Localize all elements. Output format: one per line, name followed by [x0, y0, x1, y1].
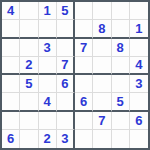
cell-r7c5[interactable] [75, 112, 93, 130]
cell-r4c5[interactable] [75, 57, 93, 75]
cell-r1c6[interactable] [93, 2, 111, 20]
cell-r8c2[interactable] [20, 130, 38, 148]
cell-r3c5[interactable]: 7 [75, 39, 93, 57]
cell-r3c7[interactable]: 8 [112, 39, 130, 57]
cell-r4c2[interactable]: 2 [20, 57, 38, 75]
cell-r3c2[interactable] [20, 39, 38, 57]
cell-r5c1[interactable] [2, 75, 20, 93]
cell-r1c3[interactable]: 1 [39, 2, 57, 20]
cell-r4c4[interactable]: 7 [57, 57, 75, 75]
cell-r6c2[interactable] [20, 93, 38, 111]
cell-r1c8[interactable] [130, 2, 148, 20]
cell-r3c1[interactable] [2, 39, 20, 57]
cell-r7c1[interactable] [2, 112, 20, 130]
cell-r7c3[interactable] [39, 112, 57, 130]
cell-r8c8[interactable] [130, 130, 148, 148]
cell-r3c3[interactable]: 3 [39, 39, 57, 57]
cell-r6c1[interactable] [2, 93, 20, 111]
cell-r5c4[interactable]: 6 [57, 75, 75, 93]
cell-r7c7[interactable] [112, 112, 130, 130]
cell-r7c2[interactable] [20, 112, 38, 130]
cell-r4c6[interactable] [93, 57, 111, 75]
cell-r8c6[interactable] [93, 130, 111, 148]
cell-r8c1[interactable]: 6 [2, 130, 20, 148]
cell-r6c6[interactable] [93, 93, 111, 111]
cell-r2c2[interactable] [20, 20, 38, 38]
cell-r1c2[interactable] [20, 2, 38, 20]
cell-r8c3[interactable]: 2 [39, 130, 57, 148]
cell-r8c5[interactable] [75, 130, 93, 148]
sudoku-board: 4158137827456346576623 [0, 0, 150, 150]
cell-r1c7[interactable] [112, 2, 130, 20]
cell-r1c4[interactable]: 5 [57, 2, 75, 20]
cell-r2c3[interactable] [39, 20, 57, 38]
cell-r7c6[interactable]: 7 [93, 112, 111, 130]
cell-r3c4[interactable] [57, 39, 75, 57]
cell-r4c8[interactable]: 4 [130, 57, 148, 75]
cell-r7c8[interactable]: 6 [130, 112, 148, 130]
cell-r5c3[interactable] [39, 75, 57, 93]
cell-r4c3[interactable] [39, 57, 57, 75]
cell-r8c7[interactable] [112, 130, 130, 148]
cell-r5c5[interactable] [75, 75, 93, 93]
cell-r8c4[interactable]: 3 [57, 130, 75, 148]
cell-r5c8[interactable]: 3 [130, 75, 148, 93]
cell-r5c6[interactable] [93, 75, 111, 93]
cell-r2c5[interactable] [75, 20, 93, 38]
cell-r2c4[interactable] [57, 20, 75, 38]
cell-r2c7[interactable] [112, 20, 130, 38]
cell-r1c5[interactable] [75, 2, 93, 20]
cell-r3c6[interactable] [93, 39, 111, 57]
cell-r5c2[interactable]: 5 [20, 75, 38, 93]
cell-r6c7[interactable]: 5 [112, 93, 130, 111]
cell-r3c8[interactable] [130, 39, 148, 57]
cell-r5c7[interactable] [112, 75, 130, 93]
cell-r2c8[interactable]: 1 [130, 20, 148, 38]
cell-r6c5[interactable]: 6 [75, 93, 93, 111]
cell-r2c6[interactable]: 8 [93, 20, 111, 38]
cell-r1c1[interactable]: 4 [2, 2, 20, 20]
cell-r4c7[interactable] [112, 57, 130, 75]
cell-r2c1[interactable] [2, 20, 20, 38]
cell-r6c8[interactable] [130, 93, 148, 111]
cell-r7c4[interactable] [57, 112, 75, 130]
cell-r4c1[interactable] [2, 57, 20, 75]
cell-r6c3[interactable]: 4 [39, 93, 57, 111]
cell-r6c4[interactable] [57, 93, 75, 111]
